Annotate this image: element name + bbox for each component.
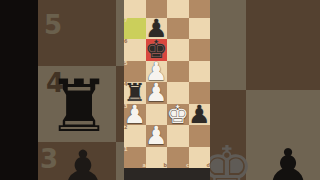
- video-strip: 87♟6♚5♟♜4♟♟3♚♟2♟1abcd: [124, 0, 210, 180]
- square-c6[interactable]: [167, 39, 189, 61]
- chess-board: 87♟6♚5♟♜4♟♟3♚♟2♟1abcd: [124, 0, 210, 168]
- rank-label-3: 3: [124, 104, 127, 109]
- square-a2[interactable]: 2: [124, 125, 146, 147]
- square-a5[interactable]: 5: [124, 61, 146, 83]
- square-b7[interactable]: ♟: [146, 18, 168, 40]
- square-b8[interactable]: [146, 0, 168, 18]
- square-a1[interactable]: 1a: [124, 147, 146, 169]
- square-c5[interactable]: [167, 61, 189, 83]
- square-d3[interactable]: ♟: [189, 104, 211, 126]
- white-pawn: ♟: [146, 61, 168, 83]
- square-d4[interactable]: [189, 82, 211, 104]
- white-pawn: ♟: [146, 125, 168, 147]
- square-d7[interactable]: [189, 18, 211, 40]
- square-d1[interactable]: d: [189, 147, 211, 169]
- rank-label-2: 2: [124, 125, 127, 130]
- rank-label-5: 5: [124, 61, 127, 66]
- square-b4[interactable]: ♟: [146, 82, 168, 104]
- black-rook: ♜: [124, 82, 146, 104]
- rank-label-6: 6: [124, 39, 127, 44]
- square-b6[interactable]: ♚: [146, 39, 168, 61]
- rank-label-1: 1: [124, 147, 127, 152]
- rank-label-7: 7: [124, 18, 127, 23]
- white-pawn: ♟: [146, 82, 168, 104]
- video-frame: 5 4 3 ♜ ♟ ♚ ♟ 87♟6♚5♟♜4♟♟3♚♟2♟1abcd: [0, 0, 320, 180]
- square-c4[interactable]: [167, 82, 189, 104]
- black-pawn: ♟: [189, 104, 211, 126]
- square-a6[interactable]: 6: [124, 39, 146, 61]
- square-a7[interactable]: 7: [124, 18, 146, 40]
- square-c2[interactable]: [167, 125, 189, 147]
- square-d2[interactable]: [189, 125, 211, 147]
- square-c3[interactable]: ♚: [167, 104, 189, 126]
- square-b5[interactable]: ♟: [146, 61, 168, 83]
- file-label-d: d: [206, 163, 210, 168]
- black-pawn: ♟: [146, 18, 168, 40]
- square-a4[interactable]: ♜4: [124, 82, 146, 104]
- square-a8[interactable]: 8: [124, 0, 146, 18]
- square-d6[interactable]: [189, 39, 211, 61]
- square-c7[interactable]: [167, 18, 189, 40]
- black-king: ♚: [146, 39, 168, 61]
- square-d5[interactable]: [189, 61, 211, 83]
- white-pawn: ♟: [124, 104, 146, 126]
- square-a3[interactable]: ♟3: [124, 104, 146, 126]
- square-b2[interactable]: ♟: [146, 125, 168, 147]
- rank-label-8: 8: [124, 0, 127, 1]
- white-king: ♚: [167, 104, 189, 126]
- rank-label-4: 4: [124, 82, 127, 87]
- square-b3[interactable]: [146, 104, 168, 126]
- square-c1[interactable]: c: [167, 147, 189, 169]
- square-d8[interactable]: [189, 0, 211, 18]
- square-b1[interactable]: b: [146, 147, 168, 169]
- square-c8[interactable]: [167, 0, 189, 18]
